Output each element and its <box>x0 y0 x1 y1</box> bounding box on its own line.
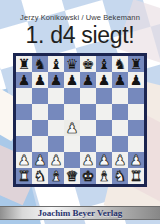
square-h4 <box>128 120 144 136</box>
square-b5 <box>32 104 48 120</box>
square-b3 <box>32 136 48 152</box>
square-f5 <box>96 104 112 120</box>
piece-black-knight: ♞ <box>34 56 47 72</box>
square-d3 <box>64 136 80 152</box>
piece-black-queen: ♛ <box>66 56 79 72</box>
square-e7: ♟ <box>80 72 96 88</box>
square-b7: ♟ <box>32 72 48 88</box>
square-f3 <box>96 136 112 152</box>
piece-white-rook: ♜ <box>130 168 143 184</box>
square-g7: ♟ <box>112 72 128 88</box>
square-b8: ♞ <box>32 56 48 72</box>
chess-board: ♜♞♝♛♚♝♞♜♟♟♟♟♟♟♟♟♟♟♟♟♟♟♟♟♜♞♝♛♚♝♞♜ <box>16 56 144 184</box>
square-b1: ♞ <box>32 168 48 184</box>
square-d6 <box>64 88 80 104</box>
piece-black-rook: ♜ <box>130 56 143 72</box>
square-h3 <box>128 136 144 152</box>
piece-white-pawn: ♟ <box>18 152 31 168</box>
piece-white-king: ♚ <box>82 168 95 184</box>
square-c4 <box>48 120 64 136</box>
piece-black-king: ♚ <box>82 56 95 72</box>
piece-black-pawn: ♟ <box>18 72 31 88</box>
square-f1: ♝ <box>96 168 112 184</box>
square-h6 <box>128 88 144 104</box>
square-h7: ♟ <box>128 72 144 88</box>
square-d8: ♛ <box>64 56 80 72</box>
square-a8: ♜ <box>16 56 32 72</box>
piece-white-knight: ♞ <box>114 168 127 184</box>
square-a1: ♜ <box>16 168 32 184</box>
square-g8: ♞ <box>112 56 128 72</box>
square-a7: ♟ <box>16 72 32 88</box>
square-c5 <box>48 104 64 120</box>
piece-white-pawn: ♟ <box>98 152 111 168</box>
square-c8: ♝ <box>48 56 64 72</box>
square-d2 <box>64 152 80 168</box>
square-d7: ♟ <box>64 72 80 88</box>
square-a6 <box>16 88 32 104</box>
publisher-banner: Joachim Beyer Verlag <box>0 206 160 220</box>
piece-white-pawn: ♟ <box>34 152 47 168</box>
square-e2: ♟ <box>80 152 96 168</box>
square-h1: ♜ <box>128 168 144 184</box>
piece-black-bishop: ♝ <box>98 56 111 72</box>
piece-white-rook: ♜ <box>18 168 31 184</box>
piece-black-knight: ♞ <box>114 56 127 72</box>
piece-white-pawn: ♟ <box>114 152 127 168</box>
square-f4 <box>96 120 112 136</box>
piece-black-pawn: ♟ <box>66 72 79 88</box>
piece-white-bishop: ♝ <box>50 168 63 184</box>
square-h8: ♜ <box>128 56 144 72</box>
square-c2: ♟ <box>48 152 64 168</box>
piece-white-queen: ♛ <box>66 168 79 184</box>
square-e6 <box>80 88 96 104</box>
square-d4: ♟ <box>64 120 80 136</box>
author-names: Jerzy Konikowski / Uwe Bekemann <box>0 13 160 22</box>
square-e4 <box>80 120 96 136</box>
square-f8: ♝ <box>96 56 112 72</box>
piece-black-pawn: ♟ <box>130 72 143 88</box>
piece-black-pawn: ♟ <box>82 72 95 88</box>
piece-black-bishop: ♝ <box>50 56 63 72</box>
square-g1: ♞ <box>112 168 128 184</box>
square-e1: ♚ <box>80 168 96 184</box>
square-g4 <box>112 120 128 136</box>
square-e5 <box>80 104 96 120</box>
square-g5 <box>112 104 128 120</box>
square-d1: ♛ <box>64 168 80 184</box>
square-a5 <box>16 104 32 120</box>
square-f7: ♟ <box>96 72 112 88</box>
square-g6 <box>112 88 128 104</box>
square-c3 <box>48 136 64 152</box>
piece-white-bishop: ♝ <box>98 168 111 184</box>
square-h5 <box>128 104 144 120</box>
square-a3 <box>16 136 32 152</box>
square-c7: ♟ <box>48 72 64 88</box>
piece-black-pawn: ♟ <box>114 72 127 88</box>
piece-white-pawn: ♟ <box>50 152 63 168</box>
square-d5 <box>64 104 80 120</box>
book-title: 1. d4 siegt! <box>0 22 160 49</box>
square-f6 <box>96 88 112 104</box>
square-b2: ♟ <box>32 152 48 168</box>
piece-white-pawn: ♟ <box>82 152 95 168</box>
chess-board-frame: ♜♞♝♛♚♝♞♜♟♟♟♟♟♟♟♟♟♟♟♟♟♟♟♟♜♞♝♛♚♝♞♜ <box>13 53 147 187</box>
square-c6 <box>48 88 64 104</box>
square-e8: ♚ <box>80 56 96 72</box>
piece-black-rook: ♜ <box>18 56 31 72</box>
square-g2: ♟ <box>112 152 128 168</box>
square-c1: ♝ <box>48 168 64 184</box>
piece-black-pawn: ♟ <box>34 72 47 88</box>
piece-white-pawn: ♟ <box>130 152 143 168</box>
square-e3 <box>80 136 96 152</box>
square-a2: ♟ <box>16 152 32 168</box>
publisher-name: Joachim Beyer Verlag <box>38 208 122 218</box>
piece-white-pawn: ♟ <box>66 120 79 136</box>
square-g3 <box>112 136 128 152</box>
piece-white-knight: ♞ <box>34 168 47 184</box>
book-cover: Jerzy Konikowski / Uwe Bekemann 1. d4 si… <box>0 0 160 224</box>
square-b4 <box>32 120 48 136</box>
piece-black-pawn: ♟ <box>98 72 111 88</box>
square-b6 <box>32 88 48 104</box>
piece-black-pawn: ♟ <box>50 72 63 88</box>
square-a4 <box>16 120 32 136</box>
square-f2: ♟ <box>96 152 112 168</box>
square-h2: ♟ <box>128 152 144 168</box>
